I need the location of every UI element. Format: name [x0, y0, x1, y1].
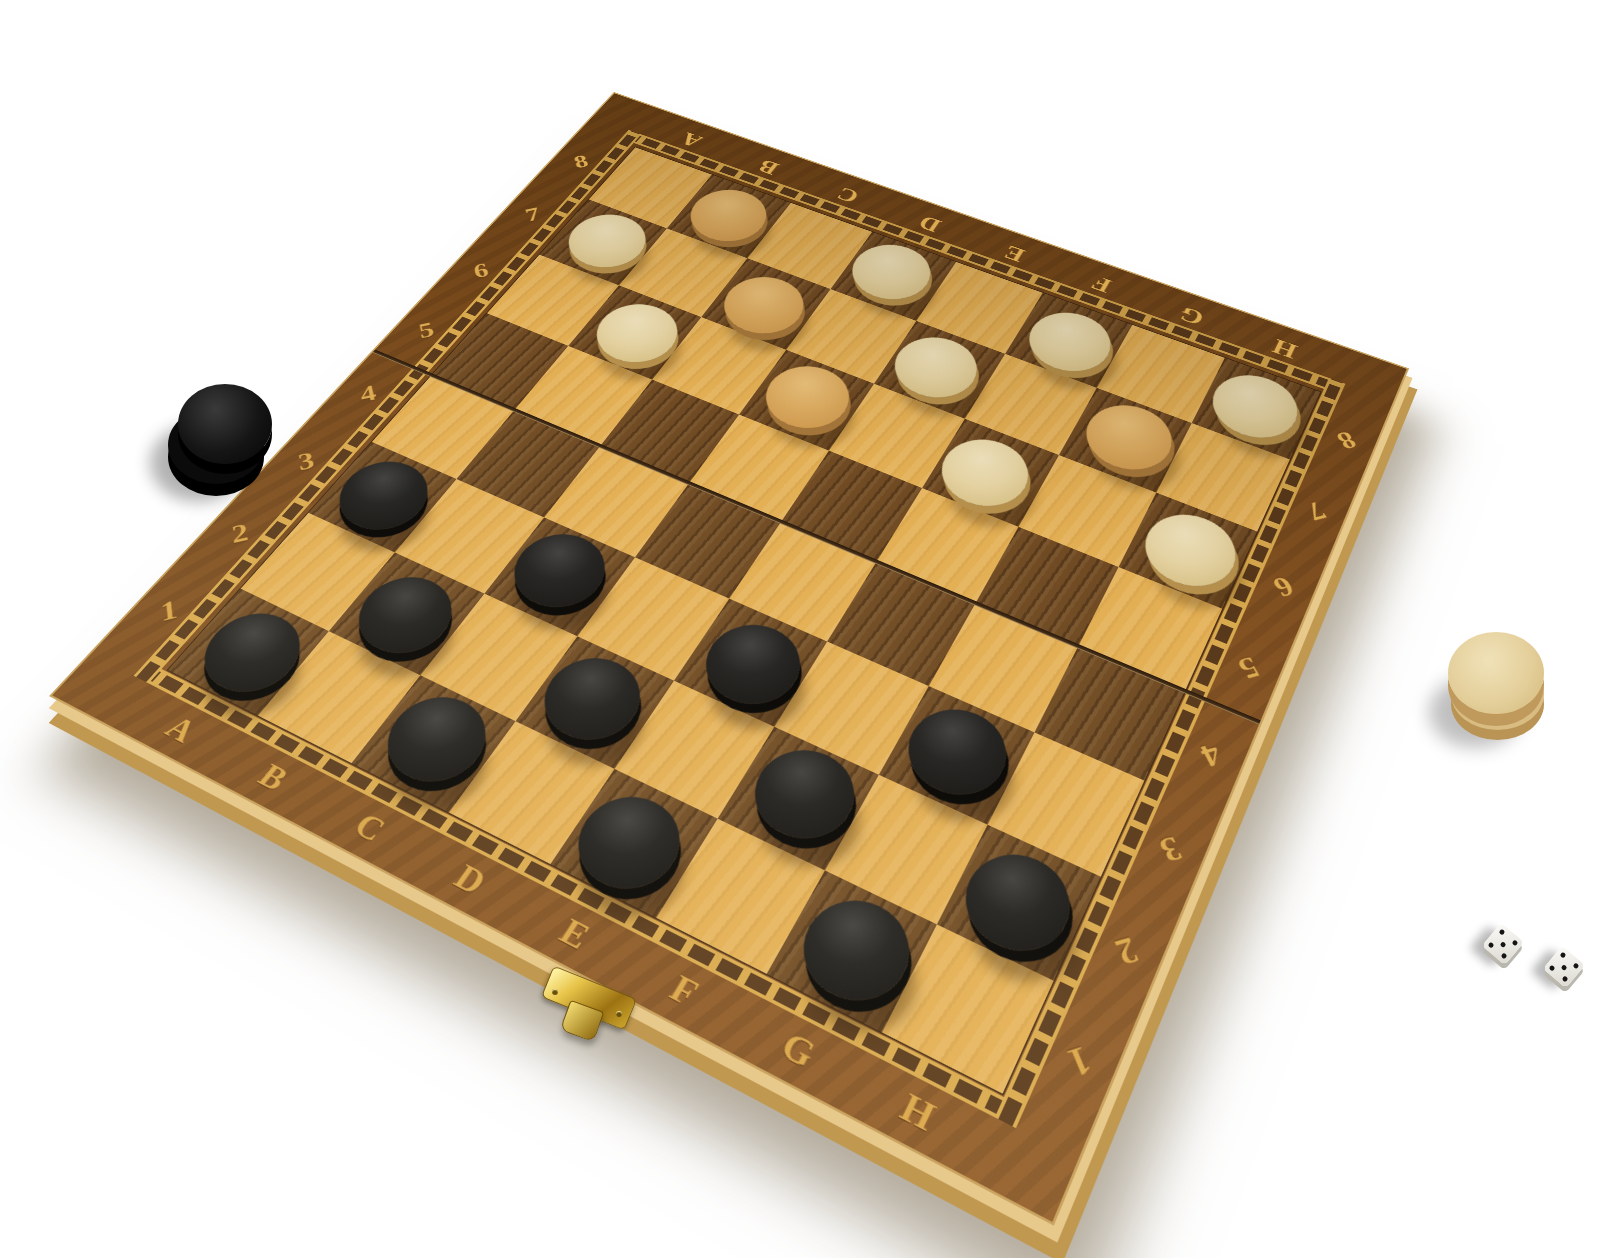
photo-scene: ABCDEFGHABCDEFGH8765432187654321 [0, 0, 1600, 1258]
rank-label-left-7: 7 [522, 203, 542, 226]
die-pip [1498, 929, 1505, 936]
rank-label-left-5: 5 [416, 317, 436, 343]
file-label-bottom-a: A [158, 708, 205, 749]
black-spare-stack[interactable] [168, 384, 278, 494]
die-pip [1500, 952, 1507, 959]
rank-label-right-6: 6 [1267, 570, 1300, 604]
clasp-screw [552, 989, 558, 995]
die-1[interactable] [1482, 923, 1524, 965]
rank-label-right-4: 4 [1194, 736, 1228, 775]
rank-label-left-3: 3 [296, 446, 316, 476]
rank-label-right-5: 5 [1232, 650, 1265, 686]
file-label-bottom-h: H [894, 1083, 943, 1140]
rank-label-right-1: 1 [1061, 1037, 1098, 1086]
die-pip [1560, 963, 1567, 970]
rank-label-right-3: 3 [1153, 828, 1188, 870]
file-label-top-f: F [1088, 271, 1116, 297]
die-pip [1499, 940, 1506, 947]
die-pip [1511, 939, 1518, 946]
clasp-screw [616, 1011, 622, 1017]
file-label-bottom-b: B [251, 756, 296, 798]
rank-label-left-2: 2 [230, 518, 250, 550]
playing-grid [168, 147, 1321, 1093]
die-pip [1572, 962, 1579, 969]
file-label-bottom-g: G [774, 1023, 823, 1077]
white-spare-stack[interactable] [1448, 632, 1558, 742]
game-board: ABCDEFGHABCDEFGH8765432187654321 [49, 92, 1409, 1226]
file-label-bottom-f: F [663, 966, 706, 1015]
die-pip [1559, 952, 1566, 959]
brass-clasp [536, 975, 640, 1047]
die-pip [1549, 964, 1556, 971]
rank-label-left-1: 1 [159, 594, 179, 628]
file-label-bottom-d: D [447, 856, 494, 903]
die-pip [1488, 941, 1495, 948]
rank-label-right-2: 2 [1109, 928, 1145, 973]
rank-label-right-7: 7 [1300, 495, 1332, 526]
rank-label-left-6: 6 [471, 258, 491, 283]
rank-label-left-4: 4 [358, 380, 378, 408]
die-pip [1561, 975, 1568, 982]
white-spare-disc-top [1448, 632, 1544, 714]
die-2[interactable] [1543, 946, 1585, 988]
file-label-bottom-c: C [347, 805, 394, 850]
file-label-bottom-e: E [553, 910, 598, 958]
rank-label-right-8: 8 [1331, 426, 1362, 455]
rank-label-left-8: 8 [571, 151, 591, 173]
black-spare-disc-top [178, 384, 272, 464]
